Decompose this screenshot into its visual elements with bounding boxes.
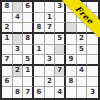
sudoku-cell-r8c9[interactable]	[87, 77, 98, 88]
sudoku-cell-r8c8[interactable]	[77, 77, 88, 88]
sudoku-cell-r4c4[interactable]	[34, 34, 45, 45]
sudoku-app: 863416287518523157539217462887643 Free	[0, 0, 100, 100]
sudoku-cell-r5c4[interactable]: 1	[34, 45, 45, 56]
sudoku-cell-r4c6[interactable]: 5	[55, 34, 66, 45]
sudoku-cell-r3c1[interactable]: 2	[2, 23, 13, 34]
sudoku-cell-r6c3[interactable]: 5	[23, 55, 34, 66]
sudoku-cell-r6c1[interactable]: 7	[2, 55, 13, 66]
sudoku-cell-r7c3[interactable]: 1	[23, 66, 34, 77]
sudoku-cell-r3c6[interactable]	[55, 23, 66, 34]
sudoku-cell-r8c5[interactable]: 2	[45, 77, 56, 88]
sudoku-cell-r5c8[interactable]: 5	[77, 45, 88, 56]
sudoku-cell-r9c1[interactable]	[2, 87, 13, 98]
sudoku-cell-r9c8[interactable]	[77, 87, 88, 98]
sudoku-cell-r7c4[interactable]	[34, 66, 45, 77]
sudoku-cell-r2c6[interactable]	[55, 13, 66, 24]
sudoku-cell-r2c3[interactable]	[23, 13, 34, 24]
sudoku-cell-r7c2[interactable]: 2	[13, 66, 24, 77]
sudoku-cell-r4c3[interactable]: 8	[23, 34, 34, 45]
sudoku-cell-r8c4[interactable]	[34, 77, 45, 88]
sudoku-cell-r5c9[interactable]	[87, 45, 98, 56]
sudoku-cell-r8c3[interactable]	[23, 77, 34, 88]
sudoku-cell-r9c3[interactable]: 7	[23, 87, 34, 98]
sudoku-cell-r9c7[interactable]	[66, 87, 77, 98]
sudoku-cell-r3c3[interactable]	[23, 23, 34, 34]
sudoku-cell-r8c2[interactable]	[13, 77, 24, 88]
sudoku-cell-r6c2[interactable]	[13, 55, 24, 66]
sudoku-cell-r3c7[interactable]	[66, 23, 77, 34]
sudoku-cell-r4c8[interactable]: 2	[77, 34, 88, 45]
sudoku-cell-r5c6[interactable]	[55, 45, 66, 56]
sudoku-cell-r1c1[interactable]: 8	[2, 2, 13, 13]
sudoku-cell-r7c8[interactable]: 4	[77, 66, 88, 77]
sudoku-cell-r6c5[interactable]: 3	[45, 55, 56, 66]
sudoku-cell-r9c9[interactable]: 3	[87, 87, 98, 98]
sudoku-cell-r9c2[interactable]: 8	[13, 87, 24, 98]
sudoku-cell-r6c4[interactable]	[34, 55, 45, 66]
sudoku-cell-r6c8[interactable]	[77, 55, 88, 66]
sudoku-cell-r2c2[interactable]: 4	[13, 13, 24, 24]
sudoku-cell-r7c6[interactable]: 7	[55, 66, 66, 77]
sudoku-cell-r4c7[interactable]	[66, 34, 77, 45]
sudoku-cell-r6c9[interactable]	[87, 55, 98, 66]
sudoku-cell-r9c5[interactable]	[45, 87, 56, 98]
sudoku-cell-r9c4[interactable]: 6	[34, 87, 45, 98]
sudoku-cell-r4c5[interactable]	[45, 34, 56, 45]
sudoku-cell-r7c7[interactable]	[66, 66, 77, 77]
sudoku-cell-r5c3[interactable]	[23, 45, 34, 56]
sudoku-cell-r3c4[interactable]: 8	[34, 23, 45, 34]
sudoku-cell-r5c5[interactable]	[45, 45, 56, 56]
sudoku-cell-r8c6[interactable]	[55, 77, 66, 88]
sudoku-cell-r5c7[interactable]	[66, 45, 77, 56]
sudoku-cell-r6c6[interactable]	[55, 55, 66, 66]
sudoku-cell-r8c7[interactable]: 8	[66, 77, 77, 88]
sudoku-cell-r5c2[interactable]: 3	[13, 45, 24, 56]
sudoku-cell-r4c2[interactable]	[13, 34, 24, 45]
sudoku-cell-r7c1[interactable]	[2, 66, 13, 77]
sudoku-cell-r2c5[interactable]: 1	[45, 13, 56, 24]
sudoku-cell-r2c1[interactable]	[2, 13, 13, 24]
sudoku-cell-r2c4[interactable]	[34, 13, 45, 24]
sudoku-cell-r3c5[interactable]: 7	[45, 23, 56, 34]
sudoku-cell-r1c2[interactable]	[13, 2, 24, 13]
sudoku-cell-r1c5[interactable]	[45, 2, 56, 13]
sudoku-cell-r4c1[interactable]: 1	[2, 34, 13, 45]
sudoku-cell-r3c2[interactable]	[13, 23, 24, 34]
sudoku-cell-r1c3[interactable]: 6	[23, 2, 34, 13]
sudoku-cell-r5c1[interactable]	[2, 45, 13, 56]
sudoku-cell-r8c1[interactable]: 6	[2, 77, 13, 88]
sudoku-cell-r7c9[interactable]	[87, 66, 98, 77]
sudoku-cell-r1c4[interactable]	[34, 2, 45, 13]
sudoku-cell-r7c5[interactable]	[45, 66, 56, 77]
sudoku-cell-r6c7[interactable]: 9	[66, 55, 77, 66]
sudoku-cell-r9c6[interactable]: 4	[55, 87, 66, 98]
